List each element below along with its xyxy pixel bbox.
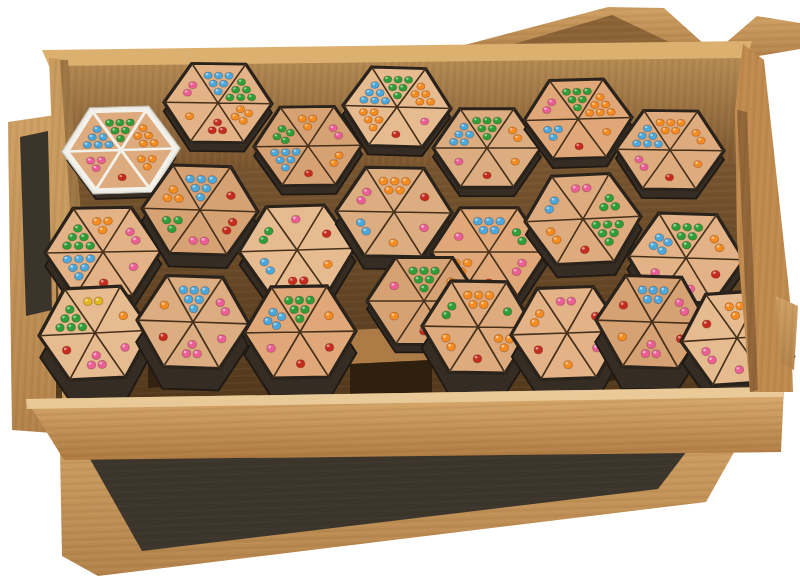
pip-blue (654, 296, 663, 304)
pip-red (665, 174, 673, 181)
pip-green (568, 96, 576, 103)
pip-blue (649, 242, 658, 250)
pip-blue (195, 296, 204, 304)
pip-pink (334, 132, 342, 139)
pip-blue (287, 156, 295, 163)
pip-green (284, 296, 293, 304)
pip-highlight (519, 260, 522, 263)
pip-pink (420, 118, 428, 125)
pip-green (604, 238, 613, 246)
pip-orange (463, 259, 472, 267)
pip-blue (485, 217, 494, 225)
pip-green (116, 135, 124, 142)
pip-orange (601, 101, 609, 108)
pip-orange (303, 123, 311, 130)
pip-highlight (514, 269, 517, 272)
pip-green (598, 229, 607, 237)
pip-green (603, 220, 612, 228)
pip-blue (69, 264, 78, 272)
pip-blue (271, 149, 279, 156)
pip-highlight (497, 218, 500, 221)
pip-red (299, 277, 308, 285)
pip-pink (216, 299, 225, 307)
pip-green (599, 203, 608, 211)
pip-blue (371, 82, 379, 89)
pip-pink (708, 356, 717, 364)
pip-orange (426, 98, 434, 105)
pip-pink (543, 106, 551, 113)
pip-green (273, 133, 281, 140)
pip-green (420, 267, 429, 275)
pip-orange (239, 117, 247, 124)
pip-blue (214, 72, 222, 79)
pip-red (580, 246, 589, 254)
pip-blue (376, 89, 384, 96)
pip-blue (281, 149, 289, 156)
pip-orange (119, 312, 128, 320)
pip-orange (143, 163, 151, 170)
hexdomino-box-scene (0, 0, 800, 578)
pip-blue (202, 184, 211, 192)
photo-scene (0, 0, 800, 578)
pip-orange (98, 226, 107, 234)
pip-blue (219, 80, 227, 87)
pip-pink (735, 365, 744, 373)
pip-blue (74, 255, 83, 263)
pip-orange (692, 129, 700, 136)
pip-pink (640, 164, 648, 171)
pip-blue (86, 255, 95, 263)
pip-red (62, 346, 71, 354)
pip-orange (160, 301, 169, 309)
pip-green (278, 125, 286, 132)
pip-green (583, 88, 591, 95)
pip-orange (463, 291, 472, 299)
pip-blue (360, 96, 368, 103)
pip-orange (375, 116, 383, 123)
pip-green (232, 86, 240, 93)
pip-green (384, 76, 392, 83)
pip-green (174, 216, 183, 224)
pip-green (121, 127, 129, 134)
pip-blue (266, 266, 275, 274)
pip-highlight (484, 118, 487, 120)
pip-red (118, 174, 126, 181)
pip-highlight (456, 132, 459, 134)
pip-highlight (410, 268, 413, 271)
pip-yellow (83, 297, 92, 305)
pip-orange (514, 135, 522, 142)
pip-orange (535, 310, 544, 318)
pip-blue (545, 205, 554, 213)
pip-orange (494, 335, 503, 343)
pip-orange (369, 124, 377, 131)
pip-orange (401, 177, 410, 185)
pip-orange (661, 127, 669, 134)
pip-green (473, 117, 481, 124)
pip-red (288, 277, 297, 285)
pip-orange (546, 228, 555, 236)
pip-highlight (515, 136, 518, 138)
pip-blue (196, 193, 205, 201)
pip-green (425, 276, 434, 284)
pip-red (208, 127, 216, 134)
pip-orange (530, 318, 539, 326)
pip-red (711, 270, 720, 278)
pip-orange (92, 217, 101, 225)
pip-highlight (391, 283, 394, 286)
pip-orange (308, 115, 316, 122)
pip-blue (189, 305, 198, 313)
pip-pink (652, 350, 661, 358)
pip-orange (603, 128, 611, 135)
pip-highlight (475, 218, 478, 221)
pip-green (478, 125, 486, 132)
pip-pink (582, 184, 591, 192)
pip-yellow (94, 297, 103, 305)
pip-pink (701, 347, 710, 355)
pip-green (683, 223, 692, 231)
pip-highlight (465, 260, 468, 263)
pip-green (116, 119, 124, 126)
pip-orange (323, 260, 332, 268)
pip-green (682, 241, 691, 249)
pip-highlight (519, 238, 522, 241)
pip-blue (663, 238, 672, 246)
pip-blue (450, 138, 458, 145)
pip-green (512, 228, 521, 236)
pip-red (296, 360, 305, 368)
pip-blue (549, 134, 557, 141)
pip-orange (511, 158, 519, 165)
pip-orange (370, 109, 378, 116)
pip-blue (381, 97, 389, 104)
pip-blue (643, 125, 651, 132)
pip-pink (455, 158, 463, 165)
pip-orange (104, 217, 113, 225)
pip-blue (554, 126, 562, 133)
pip-blue (264, 317, 273, 325)
pip-green (73, 225, 82, 233)
pip-blue (660, 287, 669, 295)
pip-blue (197, 175, 206, 183)
pip-blue (99, 133, 107, 140)
pip-orange (710, 235, 719, 243)
pip-green (694, 224, 703, 232)
pip-blue (643, 140, 651, 147)
pip-green (562, 88, 570, 95)
pip-blue (83, 141, 91, 148)
pip-pink (92, 165, 100, 172)
pip-orange (384, 186, 393, 194)
pip-green (414, 276, 423, 284)
pip-red (483, 172, 491, 179)
pip-blue (184, 295, 193, 303)
floor-gap-shadow-2 (350, 360, 432, 398)
pip-highlight (427, 277, 430, 280)
pip-red (325, 343, 334, 351)
pip-blue (543, 126, 551, 133)
pip-pink (329, 125, 337, 132)
pip-green (483, 117, 491, 124)
pip-orange (731, 311, 740, 319)
pip-orange (671, 127, 679, 134)
pip-green (394, 76, 402, 83)
pip-pink (86, 157, 94, 164)
pip-orange (591, 101, 599, 108)
pip-orange (485, 291, 494, 299)
pip-orange (244, 110, 252, 117)
pip-green (610, 229, 619, 237)
pip-green (67, 323, 76, 331)
pip-green (237, 79, 245, 86)
pip-pink (129, 263, 138, 271)
pip-highlight (461, 124, 464, 126)
pip-pink (518, 259, 527, 267)
pip-orange (447, 343, 456, 351)
pip-orange (596, 109, 604, 116)
pip-orange (335, 152, 343, 159)
pip-orange (697, 137, 705, 144)
pip-green (404, 76, 412, 83)
pip-orange (379, 177, 388, 185)
pip-orange (618, 333, 627, 341)
pip-highlight (421, 286, 424, 289)
pip-highlight (421, 268, 424, 271)
pip-green (306, 296, 315, 304)
pip-blue (63, 255, 72, 263)
pip-green (105, 119, 113, 126)
pip-orange (163, 194, 172, 202)
pip-orange (411, 90, 419, 97)
pip-orange (390, 312, 399, 320)
pip-blue (370, 97, 378, 104)
pip-red (619, 301, 628, 309)
pip-blue (649, 286, 658, 294)
pip-green (65, 305, 74, 313)
pip-orange (390, 177, 399, 185)
pip-orange (596, 94, 604, 101)
pip-orange (677, 119, 685, 126)
pip-orange (417, 83, 425, 90)
pip-green (226, 94, 234, 101)
pip-highlight (510, 128, 513, 130)
pip-pink (221, 307, 230, 315)
pip-blue (208, 176, 217, 184)
pip-green (60, 314, 69, 322)
pip-orange (364, 116, 372, 123)
pip-orange (607, 108, 615, 115)
pip-pink (121, 343, 130, 351)
pip-orange (416, 98, 424, 105)
pip-orange (474, 291, 483, 299)
pip-green (295, 315, 304, 323)
pip-green (295, 296, 304, 304)
pip-highlight (484, 173, 487, 175)
pip-green (573, 104, 581, 111)
pip-pink (97, 157, 105, 164)
pip-blue (473, 217, 482, 225)
pip-highlight (486, 218, 489, 221)
pip-pink (362, 188, 371, 196)
pip-red (304, 170, 312, 177)
pip-blue (260, 258, 269, 266)
pip-pink (193, 350, 202, 358)
pip-highlight (495, 118, 498, 120)
pip-red (213, 119, 221, 126)
pip-green (518, 237, 527, 245)
pip-highlight (479, 126, 482, 128)
pip-green (672, 223, 681, 231)
pip-green (388, 84, 396, 91)
pip-pink (183, 89, 191, 96)
pip-green (80, 233, 89, 241)
pip-green (301, 305, 310, 313)
pip-highlight (456, 234, 459, 237)
pip-red (392, 131, 400, 138)
pip-orange (469, 300, 478, 308)
pip-green (688, 232, 697, 240)
pip-pink (291, 215, 300, 223)
pip-orange (715, 244, 724, 252)
pip-green (488, 125, 496, 132)
pip-green (286, 129, 294, 136)
pip-pink (267, 344, 276, 352)
pip-pink (454, 233, 463, 241)
pip-blue (80, 264, 89, 272)
pip-orange (298, 115, 306, 122)
pip-highlight (484, 134, 487, 136)
pip-orange (585, 109, 593, 116)
pip-red (575, 143, 583, 150)
pip-green (259, 236, 268, 244)
pip-pink (182, 349, 191, 357)
pip-orange (236, 106, 244, 113)
pip-green (167, 225, 176, 233)
pip-orange (359, 109, 367, 116)
pip-red (322, 230, 331, 238)
pip-pink (567, 297, 576, 305)
pip-green (448, 302, 457, 310)
pip-highlight (513, 159, 516, 161)
pip-blue (186, 175, 195, 183)
pip-orange (330, 160, 338, 167)
pip-blue (657, 247, 666, 255)
pip-pink (188, 340, 197, 348)
pip-pink (571, 184, 580, 192)
pip-highlight (492, 227, 495, 230)
pip-highlight (416, 277, 419, 280)
pip-highlight (432, 268, 435, 271)
pip-red (222, 226, 231, 234)
pip-blue (105, 141, 113, 148)
pip-orange (396, 186, 405, 194)
pip-red (473, 355, 482, 363)
pip-blue (93, 126, 101, 133)
pip-orange (422, 91, 430, 98)
pip-blue (88, 134, 96, 141)
pip-orange (185, 113, 193, 120)
pip-green (573, 88, 581, 95)
pip-red (218, 127, 226, 134)
pip-pink (641, 349, 650, 357)
pip-blue (654, 141, 662, 148)
pip-blue (550, 197, 559, 205)
pip-green (611, 202, 620, 210)
pip-blue (655, 234, 664, 242)
pip-pink (635, 156, 643, 163)
pip-green (442, 311, 451, 319)
pip-red (534, 346, 543, 354)
pip-blue (74, 272, 83, 280)
pip-highlight (514, 230, 517, 233)
pip-orange (509, 127, 517, 134)
pip-pink (647, 340, 656, 348)
pip-blue (272, 321, 281, 329)
pip-orange (148, 155, 156, 162)
pip-blue (365, 89, 373, 96)
pip-blue (633, 140, 641, 147)
pip-pink (200, 237, 209, 245)
pip-highlight (451, 139, 454, 141)
pip-blue (460, 139, 468, 146)
pip-red (226, 192, 235, 200)
pip-green (591, 221, 600, 229)
pip-blue (292, 148, 300, 155)
pip-green (483, 133, 491, 140)
pip-pink (420, 224, 429, 232)
pip-highlight (467, 132, 470, 134)
pip-green (677, 232, 686, 240)
pip-orange (480, 301, 489, 309)
pip-green (409, 267, 418, 275)
pip-highlight (456, 159, 459, 161)
pip-green (605, 194, 614, 202)
pip-green (72, 314, 81, 322)
pip-green (74, 242, 83, 250)
pip-pink (680, 307, 689, 315)
pip-pink (126, 228, 135, 236)
pip-blue (455, 131, 463, 138)
pip-blue (490, 226, 499, 234)
pip-green (78, 323, 87, 331)
pip-orange (139, 125, 147, 132)
pip-orange (134, 132, 142, 139)
pip-red (228, 218, 237, 226)
pip-blue (214, 88, 222, 95)
pip-green (503, 308, 512, 316)
pip-green (56, 323, 65, 331)
pip-green (86, 242, 95, 250)
pip-pink (547, 99, 555, 106)
pip-green (111, 127, 119, 134)
pip-blue (460, 123, 468, 130)
pip-pink (87, 361, 96, 369)
pip-blue (281, 164, 289, 171)
pip-green (393, 92, 401, 99)
pip-pink (512, 268, 521, 276)
pip-green (431, 267, 440, 275)
pip-green (615, 220, 624, 228)
pip-orange (564, 361, 573, 369)
pip-green (68, 233, 77, 241)
pip-red (159, 333, 168, 341)
pip-orange (174, 194, 183, 202)
pip-green (281, 137, 289, 144)
pip-highlight (462, 140, 465, 142)
pip-red (702, 320, 711, 328)
pip-blue (496, 217, 505, 225)
